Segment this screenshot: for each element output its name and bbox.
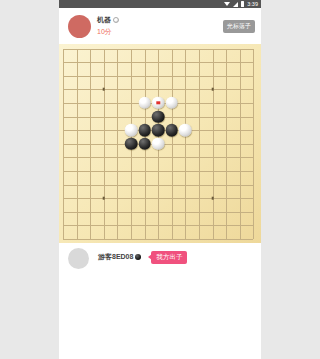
grid-line (63, 185, 253, 186)
opponent-panel: 机器 10分 光标落子 (59, 8, 261, 44)
grid-line (63, 239, 253, 240)
star-point (211, 88, 214, 91)
stone-black (138, 124, 151, 137)
stone-black (125, 137, 138, 150)
star-point (211, 197, 214, 200)
player-name: 游客8ED08 (98, 252, 133, 262)
last-move-marker (156, 101, 159, 104)
wifi-icon (224, 2, 230, 6)
star-point (103, 197, 106, 200)
grid-line (63, 198, 253, 199)
player-panel: 游客8ED08 我方出子 离开 认输 重新开始 悔棋 (59, 243, 261, 359)
grid-line (199, 49, 200, 239)
grid-line (63, 212, 253, 213)
battery-icon (241, 1, 245, 7)
app-screen: 3:39 机器 10分 光标落子 游客8ED08 我方出子 离开 认输 重新开始 (59, 0, 261, 359)
grid-line (226, 49, 227, 239)
opponent-avatar[interactable] (68, 15, 91, 38)
stone-white (152, 137, 165, 150)
star-point (103, 88, 106, 91)
status-time: 3:39 (247, 0, 258, 8)
signal-icon (233, 2, 238, 7)
grid-line (63, 225, 253, 226)
stone-black (152, 124, 165, 137)
grid-line (63, 157, 253, 158)
badge-arrow-icon (148, 254, 152, 260)
grid-line (63, 171, 253, 172)
player-avatar[interactable] (68, 248, 89, 269)
turn-badge: 我方出子 (151, 251, 187, 264)
cursor-place-button[interactable]: 光标落子 (223, 20, 255, 33)
grid-line (240, 49, 241, 239)
grid-line (253, 49, 254, 239)
stone-white (166, 97, 179, 110)
grid-line (185, 49, 186, 239)
grid-line (172, 49, 173, 239)
opponent-info: 机器 10分 (97, 15, 223, 37)
opponent-timer: 10分 (97, 27, 223, 37)
stone-white (138, 97, 151, 110)
opponent-name: 机器 (97, 15, 111, 25)
black-stone-icon (135, 254, 141, 260)
stone-black (152, 110, 165, 123)
stone-white (125, 124, 138, 137)
board[interactable] (59, 44, 261, 243)
status-bar: 3:39 (59, 0, 261, 8)
grid-line (213, 49, 214, 239)
white-stone-icon (113, 17, 119, 23)
stone-black (166, 124, 179, 137)
stone-black (138, 137, 151, 150)
stone-white (179, 124, 192, 137)
